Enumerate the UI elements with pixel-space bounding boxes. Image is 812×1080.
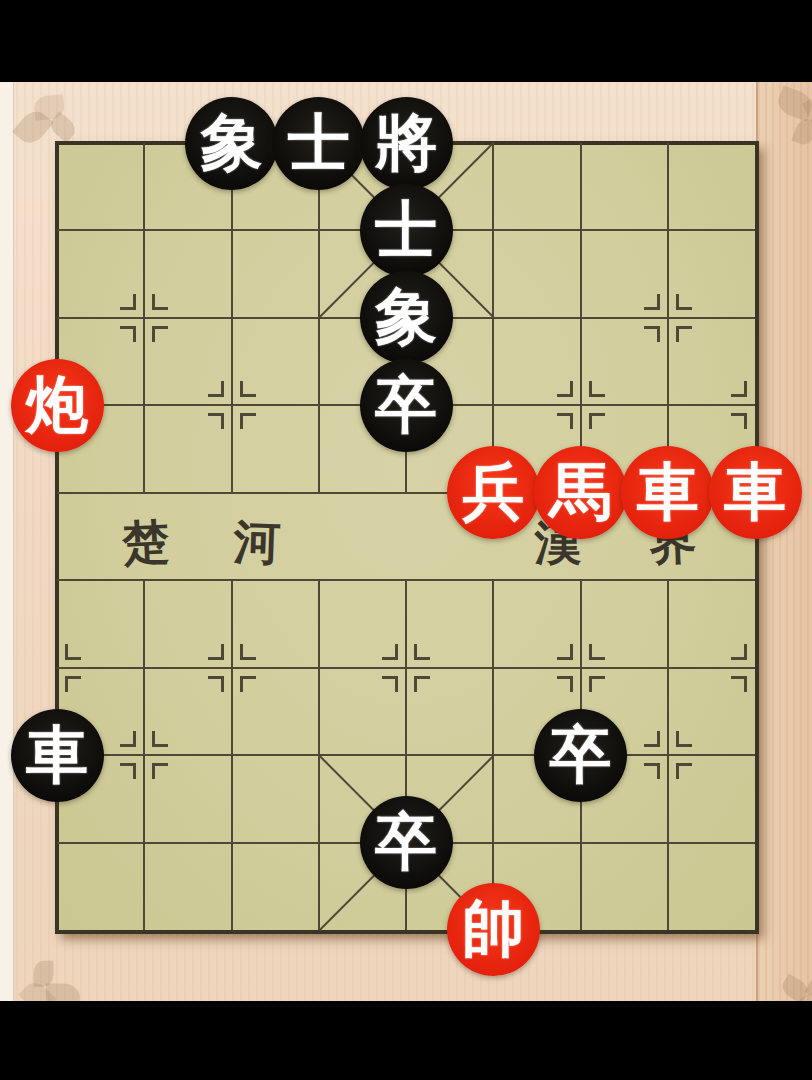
point-marker (589, 644, 592, 660)
point-marker (657, 294, 660, 310)
point-marker (676, 326, 679, 342)
point-marker (570, 676, 573, 692)
grid-line (231, 143, 233, 493)
grid-line (667, 143, 669, 493)
grid-line (231, 580, 233, 930)
piece-black-general[interactable]: 將 (360, 97, 453, 190)
piece-black-advisor[interactable]: 士 (272, 97, 365, 190)
point-marker (133, 763, 136, 779)
letterbox-bottom (0, 1001, 812, 1080)
frame-right-plank (756, 82, 812, 1001)
piece-glyph: 炮 (26, 359, 88, 452)
point-marker (240, 381, 243, 397)
grid-line (667, 580, 669, 930)
piece-glyph: 車 (724, 446, 786, 539)
point-marker (657, 326, 660, 342)
piece-glyph: 象 (375, 271, 437, 364)
point-marker (152, 731, 155, 747)
point-marker (65, 644, 68, 660)
point-marker (133, 326, 136, 342)
piece-glyph: 將 (375, 97, 437, 190)
point-marker (221, 644, 224, 660)
piece-glyph: 士 (288, 97, 350, 190)
piece-black-elephant[interactable]: 象 (185, 97, 278, 190)
point-marker (570, 644, 573, 660)
point-marker (744, 644, 747, 660)
leaf-shape (791, 116, 812, 147)
piece-red-chariot[interactable]: 車 (709, 446, 802, 539)
leaf-shape (34, 961, 54, 987)
piece-black-soldier[interactable]: 卒 (360, 796, 453, 889)
point-marker (221, 676, 224, 692)
piece-red-general[interactable]: 帥 (447, 883, 540, 976)
point-marker (744, 676, 747, 692)
point-marker (395, 676, 398, 692)
point-marker (65, 676, 68, 692)
river-text: 楚 (121, 518, 170, 567)
point-marker (240, 676, 243, 692)
piece-glyph: 馬 (550, 446, 612, 539)
piece-black-elephant[interactable]: 象 (360, 271, 453, 364)
point-marker (676, 731, 679, 747)
piece-glyph: 帥 (462, 883, 524, 976)
point-marker (589, 676, 592, 692)
point-marker (414, 676, 417, 692)
piece-glyph: 象 (201, 97, 263, 190)
grid-line (143, 143, 145, 493)
point-marker (744, 413, 747, 429)
piece-black-soldier[interactable]: 卒 (534, 709, 627, 802)
piece-black-soldier[interactable]: 卒 (360, 359, 453, 452)
piece-glyph: 士 (375, 184, 437, 277)
point-marker (240, 413, 243, 429)
point-marker (395, 644, 398, 660)
piece-glyph: 卒 (375, 359, 437, 452)
point-marker (152, 326, 155, 342)
point-marker (240, 644, 243, 660)
piece-red-soldier[interactable]: 兵 (447, 446, 540, 539)
point-marker (744, 381, 747, 397)
point-marker (414, 644, 417, 660)
point-marker (676, 294, 679, 310)
piece-red-cannon[interactable]: 炮 (11, 359, 104, 452)
point-marker (133, 294, 136, 310)
grid-line (143, 580, 145, 930)
point-marker (133, 731, 136, 747)
piece-glyph: 卒 (375, 796, 437, 889)
point-marker (589, 381, 592, 397)
river-text: 河 (233, 519, 282, 568)
point-marker (657, 731, 660, 747)
xiangqi-game-screen: 楚河漢界 象士將士象卒炮兵馬車車車卒卒帥 (0, 0, 812, 1080)
piece-glyph: 兵 (462, 446, 524, 539)
letterbox-top (0, 0, 812, 82)
piece-red-chariot[interactable]: 車 (621, 446, 714, 539)
point-marker (570, 413, 573, 429)
piece-glyph: 車 (637, 446, 699, 539)
point-marker (570, 381, 573, 397)
grid-line (580, 143, 582, 493)
point-marker (221, 381, 224, 397)
point-marker (676, 763, 679, 779)
point-marker (152, 763, 155, 779)
point-marker (657, 763, 660, 779)
piece-red-horse[interactable]: 馬 (534, 446, 627, 539)
piece-glyph: 車 (26, 709, 88, 802)
piece-black-advisor[interactable]: 士 (360, 184, 453, 277)
point-marker (152, 294, 155, 310)
point-marker (221, 413, 224, 429)
frame-left-plank (0, 82, 14, 1001)
point-marker (589, 413, 592, 429)
piece-black-chariot[interactable]: 車 (11, 709, 104, 802)
piece-glyph: 卒 (550, 709, 612, 802)
